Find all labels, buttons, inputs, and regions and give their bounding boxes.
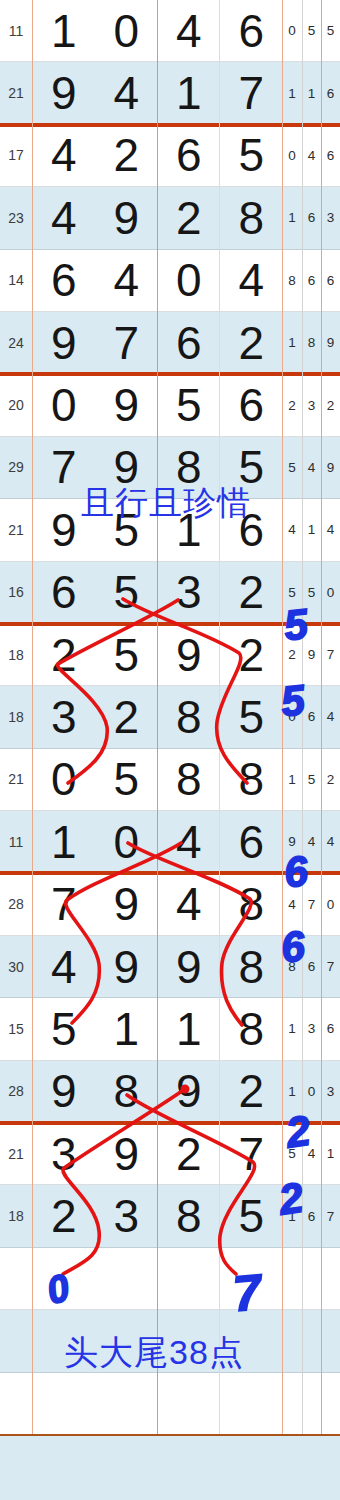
digit-cell: 6	[220, 0, 283, 61]
aux-cell	[282, 1248, 302, 1309]
aux-cell: 6	[321, 125, 340, 186]
aux-cell: 2	[321, 749, 340, 810]
digit-cell	[95, 1435, 158, 1500]
digit-cell: 5	[95, 624, 158, 685]
digit-cell: 4	[32, 936, 95, 997]
digit-cell	[32, 1373, 95, 1434]
digit-cell	[95, 1373, 158, 1434]
digit-cell: 9	[95, 936, 158, 997]
aux-cell: 4	[302, 125, 321, 186]
sum-cell: 28	[0, 1061, 32, 1122]
digit-cell: 6	[32, 250, 95, 311]
handwritten-mark: 6	[282, 850, 310, 894]
digit-cell: 2	[157, 187, 220, 248]
handwritten-mark: 5	[279, 679, 307, 723]
digit-cell: 5	[220, 686, 283, 747]
digit-cell	[32, 1435, 95, 1500]
digit-cell: 9	[157, 1061, 220, 1122]
grid-vline	[32, 0, 33, 1435]
digit-cell: 1	[95, 998, 158, 1059]
digit-cell: 4	[95, 62, 158, 123]
digit-cell: 6	[32, 562, 95, 623]
aux-cell: 6	[302, 250, 321, 311]
digit-cell: 5	[220, 125, 283, 186]
lottery-trend-chart: 11 1 0 4 6 0 5 5 21 9 4 1 7 1 1 6 17 4 2…	[0, 0, 340, 1500]
handwritten-mark: 6	[279, 925, 307, 969]
chart-row	[0, 1373, 340, 1435]
aux-cell	[321, 1248, 340, 1309]
aux-cell: 1	[302, 62, 321, 123]
sum-cell: 18	[0, 1185, 32, 1246]
digit-cell: 9	[95, 187, 158, 248]
aux-cell	[321, 1373, 340, 1434]
sum-cell: 14	[0, 250, 32, 311]
aux-cell	[321, 1435, 340, 1500]
digit-cell: 4	[157, 0, 220, 61]
digit-cell: 8	[220, 998, 283, 1059]
digit-cell: 0	[95, 0, 158, 61]
digit-cell: 5	[32, 998, 95, 1059]
sum-cell: 24	[0, 312, 32, 373]
sum-cell: 30	[0, 936, 32, 997]
digit-cell: 0	[32, 374, 95, 435]
digit-cell: 4	[95, 250, 158, 311]
chart-row: 17 4 2 6 5 0 4 6	[0, 125, 340, 187]
aux-cell: 4	[302, 437, 321, 498]
sum-cell: 17	[0, 125, 32, 186]
aux-cell: 1	[302, 499, 321, 560]
grid-vline	[219, 0, 220, 1435]
aux-cell: 0	[282, 0, 302, 61]
digit-cell: 9	[157, 624, 220, 685]
digit-cell: 6	[220, 811, 283, 872]
handwritten-mark: 7	[231, 1267, 263, 1319]
digit-cell: 8	[157, 749, 220, 810]
sum-cell: 15	[0, 998, 32, 1059]
sum-cell: 23	[0, 187, 32, 248]
digit-cell: 4	[157, 873, 220, 934]
sum-cell: 16	[0, 562, 32, 623]
digit-cell: 7	[220, 1123, 283, 1184]
digit-cell: 4	[220, 250, 283, 311]
digit-cell: 5	[95, 749, 158, 810]
sum-cell: 21	[0, 499, 32, 560]
aux-cell	[302, 1310, 321, 1371]
digit-cell: 3	[32, 686, 95, 747]
aux-cell: 3	[302, 374, 321, 435]
aux-cell: 3	[302, 998, 321, 1059]
digit-cell: 8	[220, 936, 283, 997]
digit-cell: 0	[32, 749, 95, 810]
sum-cell: 11	[0, 0, 32, 61]
digit-cell	[95, 1248, 158, 1309]
chart-row: 15 5 1 1 8 1 3 6	[0, 998, 340, 1060]
aux-cell: 1	[282, 187, 302, 248]
digit-cell: 9	[157, 936, 220, 997]
digit-cell: 7	[32, 873, 95, 934]
digit-cell: 5	[95, 562, 158, 623]
aux-cell: 9	[321, 312, 340, 373]
grid-vline	[321, 0, 322, 1435]
digit-cell: 1	[32, 811, 95, 872]
digit-cell: 2	[95, 686, 158, 747]
digit-cell	[157, 1248, 220, 1309]
sum-cell: 18	[0, 624, 32, 685]
aux-cell	[302, 1435, 321, 1500]
digit-cell	[220, 1435, 283, 1500]
digit-cell: 8	[220, 187, 283, 248]
chart-bottom-rule	[0, 1434, 340, 1436]
digit-cell: 9	[32, 1061, 95, 1122]
aux-cell: 7	[321, 624, 340, 685]
chart-row: 21 9 4 1 7 1 1 6	[0, 62, 340, 124]
digit-cell: 4	[157, 811, 220, 872]
chart-row: 14 6 4 0 4 8 6 6	[0, 250, 340, 312]
digit-cell: 1	[157, 998, 220, 1059]
aux-cell	[282, 1310, 302, 1371]
digit-cell: 6	[157, 125, 220, 186]
aux-cell	[282, 1373, 302, 1434]
sum-cell: 21	[0, 749, 32, 810]
aux-cell: 6	[321, 998, 340, 1059]
digit-cell: 8	[220, 873, 283, 934]
aux-cell	[321, 1310, 340, 1371]
aux-cell: 1	[321, 1123, 340, 1184]
digit-cell: 4	[32, 187, 95, 248]
aux-cell: 2	[321, 374, 340, 435]
digit-cell: 1	[32, 0, 95, 61]
digit-cell: 0	[95, 811, 158, 872]
aux-cell	[282, 1435, 302, 1500]
sum-cell: 21	[0, 62, 32, 123]
aux-cell: 5	[302, 0, 321, 61]
chart-row: 21 0 5 8 8 1 5 2	[0, 749, 340, 811]
aux-cell: 6	[321, 62, 340, 123]
aux-cell: 1	[282, 312, 302, 373]
digit-cell: 7	[95, 312, 158, 373]
aux-cell: 6	[321, 250, 340, 311]
digit-cell: 9	[95, 374, 158, 435]
digit-cell: 2	[220, 1061, 283, 1122]
handwritten-mark: 5	[282, 603, 310, 647]
aux-cell: 5	[302, 749, 321, 810]
handwritten-note: 且行且珍惜	[81, 486, 251, 519]
digit-cell: 8	[157, 686, 220, 747]
aux-cell: 9	[321, 437, 340, 498]
aux-cell: 8	[282, 250, 302, 311]
aux-cell: 7	[321, 936, 340, 997]
digit-cell: 2	[95, 125, 158, 186]
digit-cell: 8	[220, 749, 283, 810]
aux-cell: 5	[321, 0, 340, 61]
digit-cell: 5	[157, 374, 220, 435]
chart-row: 24 9 7 6 2 1 8 9	[0, 312, 340, 374]
digit-cell: 2	[220, 624, 283, 685]
aux-cell	[302, 1373, 321, 1434]
aux-cell: 0	[282, 125, 302, 186]
digit-cell	[157, 1435, 220, 1500]
sum-cell: 28	[0, 873, 32, 934]
sum-cell: 11	[0, 811, 32, 872]
digit-cell: 9	[32, 312, 95, 373]
digit-cell: 0	[157, 250, 220, 311]
digit-cell: 6	[157, 312, 220, 373]
handwritten-note: 头大尾38点	[64, 1335, 244, 1369]
digit-cell: 9	[95, 1123, 158, 1184]
aux-cell: 1	[282, 62, 302, 123]
aux-cell: 1	[282, 998, 302, 1059]
aux-cell: 2	[282, 374, 302, 435]
sum-cell	[0, 1248, 32, 1309]
sum-cell: 21	[0, 1123, 32, 1184]
aux-cell: 3	[321, 187, 340, 248]
digit-cell: 3	[157, 562, 220, 623]
aux-cell: 4	[282, 499, 302, 560]
digit-cell: 7	[220, 62, 283, 123]
digit-cell: 8	[95, 1061, 158, 1122]
chart-row: 20 0 9 5 6 2 3 2	[0, 374, 340, 436]
digit-cell: 9	[32, 62, 95, 123]
chart-row	[0, 1435, 340, 1500]
digit-cell: 1	[157, 62, 220, 123]
aux-cell	[302, 1248, 321, 1309]
digit-cell: 2	[157, 1123, 220, 1184]
digit-cell: 6	[220, 374, 283, 435]
digit-cell: 8	[157, 1185, 220, 1246]
digit-cell: 2	[220, 562, 283, 623]
aux-cell: 5	[282, 437, 302, 498]
digit-cell: 2	[32, 624, 95, 685]
sum-cell	[0, 1310, 32, 1371]
aux-cell: 0	[321, 562, 340, 623]
digit-cell: 2	[32, 1185, 95, 1246]
aux-cell: 0	[321, 873, 340, 934]
digit-cell: 9	[95, 873, 158, 934]
aux-cell: 4	[321, 499, 340, 560]
sum-cell: 18	[0, 686, 32, 747]
aux-cell: 1	[282, 749, 302, 810]
aux-cell: 7	[321, 1185, 340, 1246]
grid-vline	[157, 0, 158, 1435]
digit-cell: 3	[32, 1123, 95, 1184]
aux-cell: 4	[321, 686, 340, 747]
sum-cell: 29	[0, 437, 32, 498]
digit-cell: 4	[32, 125, 95, 186]
sum-cell: 20	[0, 374, 32, 435]
digit-cell: 3	[95, 1185, 158, 1246]
chart-row: 23 4 9 2 8 1 6 3	[0, 187, 340, 249]
aux-cell: 3	[321, 1061, 340, 1122]
aux-cell: 6	[302, 187, 321, 248]
aux-cell: 4	[321, 811, 340, 872]
digit-cell: 2	[220, 312, 283, 373]
digit-cell	[220, 1373, 283, 1434]
digit-cell	[157, 1373, 220, 1434]
aux-cell: 8	[302, 312, 321, 373]
digit-cell: 5	[220, 1185, 283, 1246]
sum-cell	[0, 1435, 32, 1500]
chart-row: 11 1 0 4 6 0 5 5	[0, 0, 340, 62]
sum-cell	[0, 1373, 32, 1434]
